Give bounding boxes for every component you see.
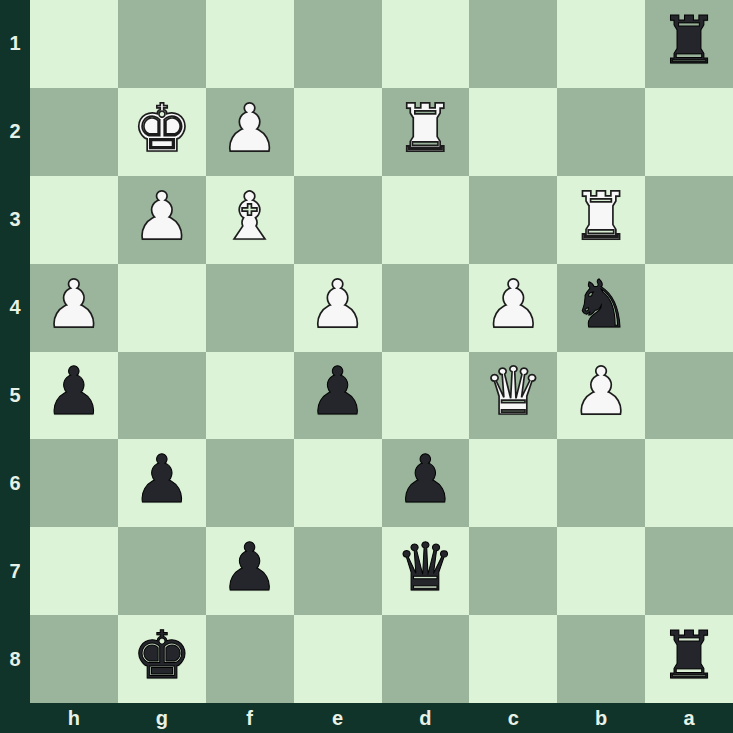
square-c7[interactable] <box>469 527 557 615</box>
rank-label-6: 6 <box>0 439 30 527</box>
file-label-a: a <box>645 703 733 733</box>
square-e3[interactable] <box>294 176 382 264</box>
square-c3[interactable] <box>469 176 557 264</box>
black-king-g8[interactable]: ♚ <box>132 623 191 689</box>
square-g8[interactable]: ♚ <box>118 615 206 703</box>
white-pawn-e4[interactable]: ♟ <box>308 272 367 338</box>
square-f4[interactable] <box>206 264 294 352</box>
square-c6[interactable] <box>469 439 557 527</box>
chess-board: ♜♚♟♜♟♝♜♟♟♟♞♟♟♛♟♟♟♟♛♚♜ <box>30 0 733 703</box>
square-a8[interactable]: ♜ <box>645 615 733 703</box>
file-label-g: g <box>118 703 206 733</box>
square-b1[interactable] <box>557 0 645 88</box>
square-a1[interactable]: ♜ <box>645 0 733 88</box>
square-a5[interactable] <box>645 352 733 440</box>
square-d8[interactable] <box>382 615 470 703</box>
square-f1[interactable] <box>206 0 294 88</box>
rank-label-3: 3 <box>0 176 30 264</box>
square-g6[interactable]: ♟ <box>118 439 206 527</box>
white-queen-c5[interactable]: ♛ <box>484 359 543 425</box>
square-b6[interactable] <box>557 439 645 527</box>
black-rook-a8[interactable]: ♜ <box>659 623 718 689</box>
rank-labels: 12345678 <box>0 0 30 703</box>
square-a2[interactable] <box>645 88 733 176</box>
white-pawn-g3[interactable]: ♟ <box>132 184 191 250</box>
black-knight-b4[interactable]: ♞ <box>572 272 631 338</box>
square-h6[interactable] <box>30 439 118 527</box>
white-bishop-f3[interactable]: ♝ <box>220 184 279 250</box>
black-pawn-g6[interactable]: ♟ <box>132 447 191 513</box>
square-a7[interactable] <box>645 527 733 615</box>
square-g1[interactable] <box>118 0 206 88</box>
white-pawn-f2[interactable]: ♟ <box>220 96 279 162</box>
black-pawn-h5[interactable]: ♟ <box>44 359 103 425</box>
square-f3[interactable]: ♝ <box>206 176 294 264</box>
square-h3[interactable] <box>30 176 118 264</box>
square-b5[interactable]: ♟ <box>557 352 645 440</box>
square-h2[interactable] <box>30 88 118 176</box>
black-pawn-e5[interactable]: ♟ <box>308 359 367 425</box>
square-h4[interactable]: ♟ <box>30 264 118 352</box>
square-g4[interactable] <box>118 264 206 352</box>
file-label-c: c <box>469 703 557 733</box>
black-rook-a1[interactable]: ♜ <box>659 8 718 74</box>
white-rook-b3[interactable]: ♜ <box>572 184 631 250</box>
square-b7[interactable] <box>557 527 645 615</box>
square-d3[interactable] <box>382 176 470 264</box>
file-label-b: b <box>557 703 645 733</box>
square-g7[interactable] <box>118 527 206 615</box>
square-d1[interactable] <box>382 0 470 88</box>
square-h8[interactable] <box>30 615 118 703</box>
square-c2[interactable] <box>469 88 557 176</box>
chessboard-panel: 12345678 ♜♚♟♜♟♝♜♟♟♟♞♟♟♛♟♟♟♟♛♚♜ hgfedcba <box>0 0 733 733</box>
square-c4[interactable]: ♟ <box>469 264 557 352</box>
square-d2[interactable]: ♜ <box>382 88 470 176</box>
square-c1[interactable] <box>469 0 557 88</box>
square-a6[interactable] <box>645 439 733 527</box>
black-pawn-d6[interactable]: ♟ <box>396 447 455 513</box>
rank-label-1: 1 <box>0 0 30 88</box>
white-pawn-b5[interactable]: ♟ <box>572 359 631 425</box>
square-b2[interactable] <box>557 88 645 176</box>
black-pawn-f7[interactable]: ♟ <box>220 535 279 601</box>
square-e5[interactable]: ♟ <box>294 352 382 440</box>
file-label-d: d <box>382 703 470 733</box>
square-d6[interactable]: ♟ <box>382 439 470 527</box>
square-h1[interactable] <box>30 0 118 88</box>
file-label-e: e <box>294 703 382 733</box>
square-d5[interactable] <box>382 352 470 440</box>
square-b8[interactable] <box>557 615 645 703</box>
square-f8[interactable] <box>206 615 294 703</box>
square-h7[interactable] <box>30 527 118 615</box>
rank-label-5: 5 <box>0 352 30 440</box>
square-g3[interactable]: ♟ <box>118 176 206 264</box>
rank-label-7: 7 <box>0 527 30 615</box>
white-rook-d2[interactable]: ♜ <box>396 96 455 162</box>
square-g5[interactable] <box>118 352 206 440</box>
file-labels: hgfedcba <box>30 703 733 733</box>
square-b3[interactable]: ♜ <box>557 176 645 264</box>
rank-label-8: 8 <box>0 615 30 703</box>
square-e1[interactable] <box>294 0 382 88</box>
white-pawn-h4[interactable]: ♟ <box>44 272 103 338</box>
white-king-g2[interactable]: ♚ <box>132 96 191 162</box>
rank-label-2: 2 <box>0 88 30 176</box>
square-f5[interactable] <box>206 352 294 440</box>
square-d7[interactable]: ♛ <box>382 527 470 615</box>
square-e8[interactable] <box>294 615 382 703</box>
square-d4[interactable] <box>382 264 470 352</box>
file-label-f: f <box>206 703 294 733</box>
square-b4[interactable]: ♞ <box>557 264 645 352</box>
square-e7[interactable] <box>294 527 382 615</box>
square-c5[interactable]: ♛ <box>469 352 557 440</box>
square-f6[interactable] <box>206 439 294 527</box>
square-e6[interactable] <box>294 439 382 527</box>
square-f2[interactable]: ♟ <box>206 88 294 176</box>
square-a3[interactable] <box>645 176 733 264</box>
file-label-h: h <box>30 703 118 733</box>
square-h5[interactable]: ♟ <box>30 352 118 440</box>
black-queen-d7[interactable]: ♛ <box>396 535 455 601</box>
square-f7[interactable]: ♟ <box>206 527 294 615</box>
white-pawn-c4[interactable]: ♟ <box>484 272 543 338</box>
square-e4[interactable]: ♟ <box>294 264 382 352</box>
square-g2[interactable]: ♚ <box>118 88 206 176</box>
square-c8[interactable] <box>469 615 557 703</box>
rank-label-4: 4 <box>0 264 30 352</box>
square-e2[interactable] <box>294 88 382 176</box>
square-a4[interactable] <box>645 264 733 352</box>
